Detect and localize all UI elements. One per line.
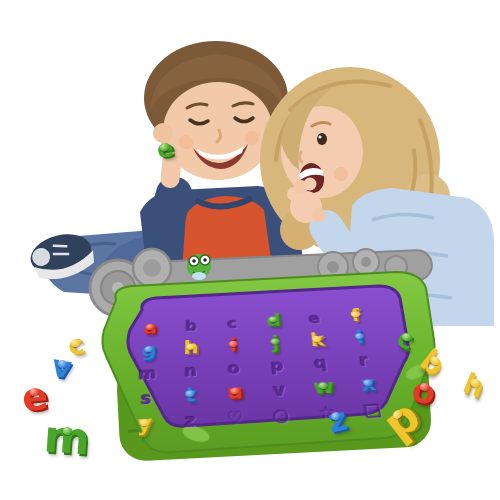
letter-indent-s: s <box>140 388 152 407</box>
board-letter-d[interactable]: d <box>266 312 282 329</box>
board-letter-w[interactable]: w <box>312 377 335 397</box>
board-cell-v: v <box>256 376 303 404</box>
letter-indent-b: b <box>185 318 197 335</box>
letter-indent-q: q <box>313 354 328 372</box>
board-cell-s: s <box>123 384 169 412</box>
board-letter-g[interactable]: g <box>141 341 157 359</box>
letter-board: abcdefghijklmnopqrstuvwxyz♡○☆□ <box>112 274 399 439</box>
board-cell-i[interactable]: i <box>212 333 255 358</box>
board-letter-t[interactable]: t <box>185 385 196 405</box>
board-letter-h[interactable]: h <box>183 339 198 357</box>
letter-indent-○: ○ <box>273 405 291 425</box>
board-cell-m: m <box>125 360 170 386</box>
letter-indent-o: o <box>228 359 241 377</box>
board-cell-e: e <box>293 307 337 331</box>
letter-indent-e: e <box>308 310 322 326</box>
loose-letter-m[interactable]: m <box>43 414 92 461</box>
board-cell-y[interactable]: y <box>121 409 168 438</box>
board-cell-u[interactable]: u <box>213 379 258 407</box>
board-cell-c: c <box>212 311 254 335</box>
board-letter-a[interactable]: a <box>143 320 158 338</box>
letter-indent-m: m <box>138 364 158 383</box>
board-letter-f[interactable]: f <box>350 307 362 324</box>
board-cell-l[interactable]: l <box>337 325 383 350</box>
board-cell-z: z <box>167 406 213 435</box>
board-cell-n: n <box>169 358 213 384</box>
board-cell-r: r <box>340 347 387 373</box>
board-letter-u[interactable]: u <box>227 382 243 402</box>
board-cell-j[interactable]: j <box>254 330 298 355</box>
board-cell-x[interactable]: x <box>344 371 393 398</box>
board-cell-h[interactable]: h <box>170 335 213 360</box>
letter-indent-c: c <box>227 315 238 331</box>
board-cell-○: ○ <box>258 401 306 430</box>
letter-indent-p: p <box>270 356 284 374</box>
letter-indent-r: r <box>358 351 370 369</box>
board-cell-d[interactable]: d <box>252 309 295 333</box>
board-cell-p: p <box>255 353 300 379</box>
board-letter-k[interactable]: k <box>309 331 325 349</box>
letter-indent-n: n <box>184 362 197 380</box>
board-letter-j[interactable]: j <box>271 334 280 352</box>
board-cell-w[interactable]: w <box>300 373 348 400</box>
letter-board-grid: abcdefghijklmnopqrstuvwxyz♡○☆□ <box>121 304 398 438</box>
letter-glyph: m <box>43 414 92 461</box>
board-cell-k[interactable]: k <box>295 328 340 353</box>
letter-indent-♡: ♡ <box>227 408 245 429</box>
board-cell-b: b <box>170 314 212 338</box>
letter-glyph: o <box>410 373 438 410</box>
board-letter-i[interactable]: i <box>229 336 237 354</box>
board-cell-a[interactable]: a <box>129 316 171 340</box>
letter-indent-v: v <box>273 380 286 399</box>
board-cell-f[interactable]: f <box>333 304 378 328</box>
board-cell-t[interactable]: t <box>168 381 213 409</box>
letter-knob-icon <box>354 333 364 340</box>
board-cell-o: o <box>212 355 256 381</box>
board-cell-q: q <box>298 350 344 376</box>
loose-letter-o[interactable]: o <box>410 373 438 410</box>
board-letter-x[interactable]: x <box>359 374 377 394</box>
board-letter-y[interactable]: y <box>137 413 153 434</box>
board-letter-l[interactable]: l <box>354 329 364 347</box>
letter-indent-z: z <box>185 411 196 431</box>
board-cell-g[interactable]: g <box>127 338 170 363</box>
scene: abcdefghijklmnopqrstuvwxyz♡○☆□ cvemcbopz… <box>0 0 500 500</box>
board-cell-♡: ♡ <box>213 404 260 433</box>
